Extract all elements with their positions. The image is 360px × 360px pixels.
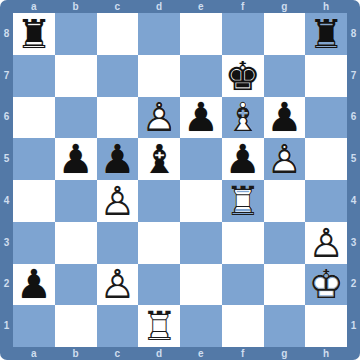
- square-b5[interactable]: ♟: [55, 138, 97, 180]
- square-h5[interactable]: [305, 138, 347, 180]
- piece-black-pawn: ♟: [180, 97, 222, 139]
- square-f4[interactable]: ♜♖: [222, 180, 264, 222]
- square-a4[interactable]: [13, 180, 55, 222]
- square-h4[interactable]: [305, 180, 347, 222]
- piece-black-pawn: ♟: [13, 264, 55, 306]
- file-label-f-bottom: f: [222, 347, 264, 360]
- square-c6[interactable]: [97, 97, 139, 139]
- piece-white-pawn: ♟♙: [264, 138, 306, 180]
- square-a8[interactable]: ♜: [13, 13, 55, 55]
- rank-label-4-right: 4: [347, 180, 360, 222]
- file-label-a-top: a: [13, 0, 55, 13]
- square-b7[interactable]: [55, 55, 97, 97]
- file-label-f-top: f: [222, 0, 264, 13]
- piece-black-rook: ♜: [305, 13, 347, 55]
- piece-glyph-fill: ♜: [222, 180, 264, 222]
- rank-label-6-left: 6: [0, 97, 13, 139]
- rank-label-5-left: 5: [0, 138, 13, 180]
- piece-glyph-fill: ♝: [138, 138, 180, 180]
- square-e6[interactable]: ♟: [180, 97, 222, 139]
- piece-glyph-outline: ♙: [305, 222, 347, 264]
- rank-label-1-right: 1: [347, 305, 360, 347]
- square-h7[interactable]: [305, 55, 347, 97]
- piece-glyph-fill: ♟: [138, 97, 180, 139]
- piece-glyph-outline: ♔: [305, 264, 347, 306]
- piece-glyph-outline: ♙: [138, 97, 180, 139]
- square-h6[interactable]: [305, 97, 347, 139]
- square-a5[interactable]: [13, 138, 55, 180]
- piece-black-pawn: ♟: [55, 138, 97, 180]
- square-d7[interactable]: [138, 55, 180, 97]
- piece-glyph-fill: ♟: [97, 138, 139, 180]
- rank-label-2-left: 2: [0, 264, 13, 306]
- file-label-a-bottom: a: [13, 347, 55, 360]
- square-c3[interactable]: [97, 222, 139, 264]
- piece-white-bishop: ♝♗: [222, 97, 264, 139]
- square-h1[interactable]: [305, 305, 347, 347]
- piece-black-bishop: ♝: [138, 138, 180, 180]
- rank-label-2-right: 2: [347, 264, 360, 306]
- rank-label-4-left: 4: [0, 180, 13, 222]
- rank-label-3-left: 3: [0, 222, 13, 264]
- file-label-h-bottom: h: [305, 347, 347, 360]
- rank-label-1-left: 1: [0, 305, 13, 347]
- square-a3[interactable]: [13, 222, 55, 264]
- square-e5[interactable]: [180, 138, 222, 180]
- square-f2[interactable]: [222, 264, 264, 306]
- piece-glyph-fill: ♝: [222, 97, 264, 139]
- square-a7[interactable]: [13, 55, 55, 97]
- rank-label-5-right: 5: [347, 138, 360, 180]
- square-b3[interactable]: [55, 222, 97, 264]
- file-label-d-bottom: d: [138, 347, 180, 360]
- rank-label-6-right: 6: [347, 97, 360, 139]
- file-label-g-bottom: g: [264, 347, 306, 360]
- piece-glyph-fill: ♟: [55, 138, 97, 180]
- piece-glyph-fill: ♟: [305, 222, 347, 264]
- rank-label-3-right: 3: [347, 222, 360, 264]
- square-g8[interactable]: [264, 13, 306, 55]
- file-label-c-bottom: c: [97, 347, 139, 360]
- square-d1[interactable]: ♜♖: [138, 305, 180, 347]
- square-d4[interactable]: [138, 180, 180, 222]
- piece-glyph-fill: ♚: [305, 264, 347, 306]
- square-a2[interactable]: ♟: [13, 264, 55, 306]
- square-g3[interactable]: [264, 222, 306, 264]
- square-f7[interactable]: ♚: [222, 55, 264, 97]
- piece-white-pawn: ♟♙: [305, 222, 347, 264]
- square-b4[interactable]: [55, 180, 97, 222]
- piece-glyph-fill: ♚: [222, 55, 264, 97]
- piece-glyph-fill: ♜: [305, 13, 347, 55]
- piece-glyph-fill: ♟: [264, 138, 306, 180]
- square-c7[interactable]: [97, 55, 139, 97]
- square-b2[interactable]: [55, 264, 97, 306]
- piece-glyph-fill: ♟: [222, 138, 264, 180]
- square-b1[interactable]: [55, 305, 97, 347]
- piece-glyph-fill: ♟: [264, 97, 306, 139]
- square-d5[interactable]: ♝: [138, 138, 180, 180]
- square-f6[interactable]: ♝♗: [222, 97, 264, 139]
- square-g6[interactable]: ♟: [264, 97, 306, 139]
- piece-white-rook: ♜♖: [138, 305, 180, 347]
- square-d8[interactable]: [138, 13, 180, 55]
- file-label-h-top: h: [305, 0, 347, 13]
- square-d2[interactable]: [138, 264, 180, 306]
- piece-glyph-outline: ♖: [138, 305, 180, 347]
- file-label-e-top: e: [180, 0, 222, 13]
- square-e8[interactable]: [180, 13, 222, 55]
- file-label-g-top: g: [264, 0, 306, 13]
- chess-diagram: aabbccddeeffgghh8877665544332211♜♜♚♟♙♟♝♗…: [0, 0, 360, 360]
- square-h3[interactable]: ♟♙: [305, 222, 347, 264]
- square-g2[interactable]: [264, 264, 306, 306]
- square-e1[interactable]: [180, 305, 222, 347]
- piece-glyph-fill: ♟: [180, 97, 222, 139]
- piece-black-pawn: ♟: [264, 97, 306, 139]
- square-b8[interactable]: [55, 13, 97, 55]
- square-e2[interactable]: [180, 264, 222, 306]
- square-a1[interactable]: [13, 305, 55, 347]
- piece-glyph-fill: ♟: [97, 180, 139, 222]
- piece-white-rook: ♜♖: [222, 180, 264, 222]
- chess-board: aabbccddeeffgghh8877665544332211♜♜♚♟♙♟♝♗…: [0, 0, 360, 360]
- square-h8[interactable]: ♜: [305, 13, 347, 55]
- piece-black-rook: ♜: [13, 13, 55, 55]
- square-e3[interactable]: [180, 222, 222, 264]
- piece-white-pawn: ♟♙: [97, 180, 139, 222]
- square-e4[interactable]: [180, 180, 222, 222]
- piece-white-pawn: ♟♙: [97, 264, 139, 306]
- rank-label-7-right: 7: [347, 55, 360, 97]
- rank-label-8-right: 8: [347, 13, 360, 55]
- piece-black-pawn: ♟: [97, 138, 139, 180]
- piece-glyph-outline: ♖: [222, 180, 264, 222]
- square-c1[interactable]: [97, 305, 139, 347]
- piece-black-pawn: ♟: [222, 138, 264, 180]
- square-d6[interactable]: ♟♙: [138, 97, 180, 139]
- piece-black-king: ♚: [222, 55, 264, 97]
- square-c4[interactable]: ♟♙: [97, 180, 139, 222]
- square-c5[interactable]: ♟: [97, 138, 139, 180]
- piece-glyph-outline: ♙: [97, 264, 139, 306]
- square-g7[interactable]: [264, 55, 306, 97]
- square-f1[interactable]: [222, 305, 264, 347]
- square-g1[interactable]: [264, 305, 306, 347]
- piece-glyph-fill: ♜: [138, 305, 180, 347]
- file-label-b-bottom: b: [55, 347, 97, 360]
- square-a6[interactable]: [13, 97, 55, 139]
- piece-glyph-fill: ♜: [13, 13, 55, 55]
- piece-white-pawn: ♟♙: [138, 97, 180, 139]
- square-d3[interactable]: [138, 222, 180, 264]
- square-c8[interactable]: [97, 13, 139, 55]
- square-f8[interactable]: [222, 13, 264, 55]
- piece-glyph-fill: ♟: [13, 264, 55, 306]
- square-h2[interactable]: ♚♔: [305, 264, 347, 306]
- piece-glyph-outline: ♙: [264, 138, 306, 180]
- square-g4[interactable]: [264, 180, 306, 222]
- file-label-b-top: b: [55, 0, 97, 13]
- square-e7[interactable]: [180, 55, 222, 97]
- square-b6[interactable]: [55, 97, 97, 139]
- square-f3[interactable]: [222, 222, 264, 264]
- piece-white-king: ♚♔: [305, 264, 347, 306]
- square-c2[interactable]: ♟♙: [97, 264, 139, 306]
- file-label-c-top: c: [97, 0, 139, 13]
- piece-glyph-outline: ♙: [97, 180, 139, 222]
- square-g5[interactable]: ♟♙: [264, 138, 306, 180]
- file-label-e-bottom: e: [180, 347, 222, 360]
- piece-glyph-fill: ♟: [97, 264, 139, 306]
- square-f5[interactable]: ♟: [222, 138, 264, 180]
- file-label-d-top: d: [138, 0, 180, 13]
- rank-label-8-left: 8: [0, 13, 13, 55]
- rank-label-7-left: 7: [0, 55, 13, 97]
- piece-glyph-outline: ♗: [222, 97, 264, 139]
